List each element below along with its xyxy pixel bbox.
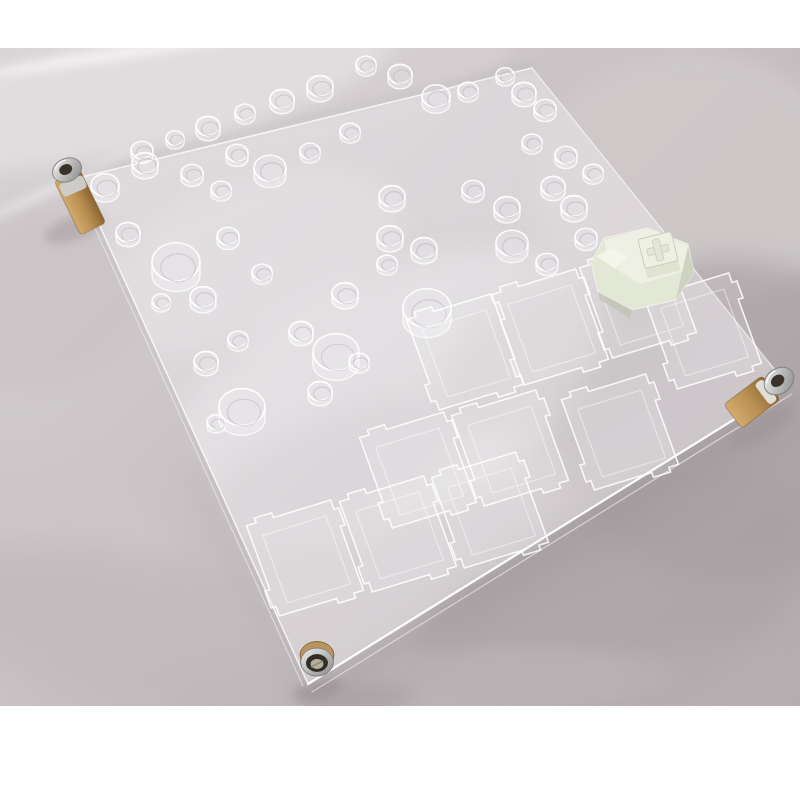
plate-hole <box>211 181 231 201</box>
corner-screw-bottom <box>300 642 334 677</box>
plate-hole <box>181 164 203 186</box>
plate-hole <box>561 196 587 222</box>
photo-canvas <box>0 0 800 800</box>
plate-hole <box>254 155 286 187</box>
plate-hole <box>332 283 358 309</box>
plate-hole <box>422 85 450 113</box>
plate-hole <box>494 197 520 223</box>
plate-hole <box>190 287 216 313</box>
plate-hole <box>534 99 556 121</box>
plate-hole <box>91 174 119 202</box>
plate-hole <box>379 186 405 212</box>
plate-hole <box>308 381 332 405</box>
plate-hole <box>270 89 294 113</box>
plate-hole <box>228 331 248 351</box>
acrylic-plate-photo <box>0 0 800 800</box>
plate-hole <box>219 389 265 436</box>
plate-hole <box>349 353 369 373</box>
plate-hole <box>340 123 360 143</box>
plate-hole <box>377 226 403 252</box>
plate-hole <box>207 415 225 433</box>
plate-hole <box>356 56 376 76</box>
plate-hole <box>196 116 220 140</box>
plate-hole <box>252 264 272 284</box>
plate-hole <box>377 255 397 275</box>
plate-hole <box>388 64 412 88</box>
plate-hole <box>575 228 597 250</box>
plate-hole <box>217 227 239 249</box>
plate-hole <box>536 253 558 275</box>
plate-hole <box>307 76 333 102</box>
plate-hole <box>496 230 528 262</box>
plate-hole <box>152 294 170 312</box>
plate-hole <box>116 222 140 246</box>
plate-hole <box>166 131 184 149</box>
plate-hole <box>289 321 313 345</box>
photograph <box>0 0 800 800</box>
plate-hole <box>411 238 437 264</box>
plate-hole <box>235 104 255 124</box>
plate-hole <box>226 144 248 166</box>
plate-hole <box>541 176 565 200</box>
plate-hole <box>512 82 536 106</box>
plate-hole <box>583 164 603 184</box>
plate-hole <box>462 180 484 202</box>
plate-hole <box>496 68 514 86</box>
plate-hole <box>458 82 478 102</box>
plate-hole <box>132 153 158 179</box>
plate-hole <box>522 134 542 154</box>
plate-hole <box>300 143 320 163</box>
plate-hole <box>194 351 218 375</box>
plate-hole <box>555 146 577 168</box>
plate-hole <box>152 243 200 292</box>
